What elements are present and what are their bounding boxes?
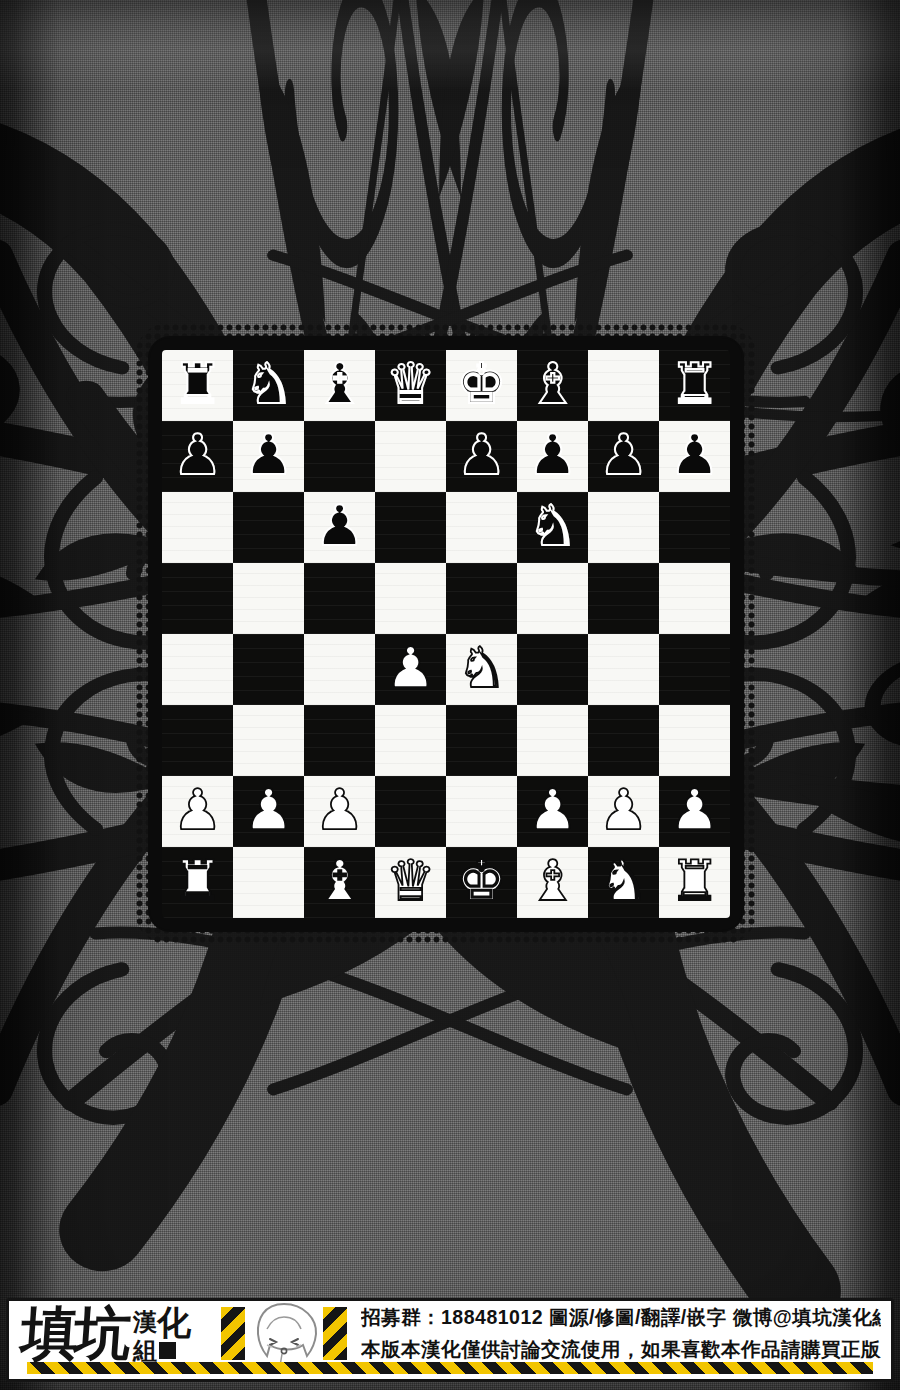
chessboard-frame: ♜♞♝♛♚♝♜♟♟♟♟♟♟♟♞♟♞♟♟♟♟♟♟♜♝♛♚♝♞♜ [150, 338, 742, 930]
square-f1: ♝ [517, 847, 588, 918]
square-g5 [588, 563, 659, 634]
logo-text-sub3: 組 [133, 1339, 157, 1363]
square-e6 [446, 492, 517, 563]
black-pawn: ♟ [456, 427, 506, 483]
black-king: ♚ [456, 356, 506, 412]
black-rook: ♜ [172, 356, 222, 412]
square-e3 [446, 705, 517, 776]
square-g4 [588, 634, 659, 705]
square-b7: ♟ [233, 421, 304, 492]
hazard-stripe-left [221, 1307, 245, 1360]
anime-girl-sketch-icon [249, 1299, 319, 1369]
square-d2 [375, 776, 446, 847]
square-a5 [162, 563, 233, 634]
white-bishop: ♝ [314, 853, 364, 909]
square-h6 [659, 492, 730, 563]
black-rook: ♜ [669, 356, 719, 412]
black-pawn: ♟ [598, 427, 648, 483]
white-pawn: ♟ [243, 782, 293, 838]
square-b6 [233, 492, 304, 563]
scanlation-group-logo: 填坑 漢 化 組 [21, 1306, 217, 1361]
square-b4 [233, 634, 304, 705]
credits-line-2: 本版本漢化僅供討論交流使用，如果喜歡本作品請購買正版！ [361, 1336, 881, 1361]
square-d7 [375, 421, 446, 492]
square-g1: ♞ [588, 847, 659, 918]
square-c2: ♟ [304, 776, 375, 847]
black-bishop: ♝ [527, 356, 577, 412]
white-king: ♚ [456, 853, 506, 909]
white-queen: ♛ [385, 853, 435, 909]
hazard-stripe-bottom [27, 1362, 873, 1374]
square-e4: ♞ [446, 634, 517, 705]
square-f4 [517, 634, 588, 705]
square-d4: ♟ [375, 634, 446, 705]
logo-text-sub1: 漢 [133, 1310, 157, 1334]
hazard-stripe-right [323, 1307, 347, 1360]
square-c5 [304, 563, 375, 634]
credits-line-1: 招募群：188481012 圖源/修圖/翻譯/嵌字 微博@填坑漢化組 [361, 1306, 881, 1331]
manga-page: ♜♞♝♛♚♝♜♟♟♟♟♟♟♟♞♟♞♟♟♟♟♟♟♜♝♛♚♝♞♜ 填坑 漢 化 組 … [0, 0, 900, 1390]
square-f7: ♟ [517, 421, 588, 492]
white-pawn: ♟ [598, 782, 648, 838]
white-rook: ♜ [172, 853, 222, 909]
square-h5 [659, 563, 730, 634]
square-c6: ♟ [304, 492, 375, 563]
square-h8: ♜ [659, 350, 730, 421]
square-b8: ♞ [233, 350, 304, 421]
square-e2 [446, 776, 517, 847]
black-pawn: ♟ [669, 427, 719, 483]
square-c8: ♝ [304, 350, 375, 421]
logo-text-sub2: 化 [157, 1305, 191, 1339]
square-a3 [162, 705, 233, 776]
square-b3 [233, 705, 304, 776]
square-f3 [517, 705, 588, 776]
square-e8: ♚ [446, 350, 517, 421]
chessboard: ♜♞♝♛♚♝♜♟♟♟♟♟♟♟♞♟♞♟♟♟♟♟♟♜♝♛♚♝♞♜ [162, 350, 730, 918]
white-pawn: ♟ [385, 640, 435, 696]
square-e7: ♟ [446, 421, 517, 492]
square-f5 [517, 563, 588, 634]
square-h4 [659, 634, 730, 705]
white-knight: ♞ [598, 853, 648, 909]
black-pawn: ♟ [172, 427, 222, 483]
square-g3 [588, 705, 659, 776]
logo-text-side: 漢 化 組 [133, 1305, 191, 1363]
black-knight: ♞ [527, 498, 577, 554]
white-pawn: ♟ [172, 782, 222, 838]
square-d3 [375, 705, 446, 776]
square-a8: ♜ [162, 350, 233, 421]
white-pawn: ♟ [314, 782, 364, 838]
chessboard-container: ♜♞♝♛♚♝♜♟♟♟♟♟♟♟♞♟♞♟♟♟♟♟♟♜♝♛♚♝♞♜ [150, 338, 742, 930]
black-queen: ♛ [385, 356, 435, 412]
black-pawn: ♟ [527, 427, 577, 483]
square-a1: ♜ [162, 847, 233, 918]
white-pawn: ♟ [669, 782, 719, 838]
square-a7: ♟ [162, 421, 233, 492]
square-g2: ♟ [588, 776, 659, 847]
square-g6 [588, 492, 659, 563]
square-h2: ♟ [659, 776, 730, 847]
square-e1: ♚ [446, 847, 517, 918]
square-h1: ♜ [659, 847, 730, 918]
white-knight: ♞ [456, 640, 506, 696]
square-a2: ♟ [162, 776, 233, 847]
black-pawn: ♟ [243, 427, 293, 483]
square-c3 [304, 705, 375, 776]
white-bishop: ♝ [527, 853, 577, 909]
square-a4 [162, 634, 233, 705]
square-f8: ♝ [517, 350, 588, 421]
white-pawn: ♟ [527, 782, 577, 838]
square-b5 [233, 563, 304, 634]
credits-text: 招募群：188481012 圖源/修圖/翻譯/嵌字 微博@填坑漢化組 本版本漢化… [361, 1306, 881, 1361]
square-f2: ♟ [517, 776, 588, 847]
square-c7 [304, 421, 375, 492]
square-b2: ♟ [233, 776, 304, 847]
scanlation-credits-bar: 填坑 漢 化 組 招募群：188481012 圖源/修圖/翻譯/嵌字 微博@填坑… [6, 1298, 894, 1382]
square-d8: ♛ [375, 350, 446, 421]
square-b1 [233, 847, 304, 918]
logo-text-main: 填坑 [19, 1305, 129, 1362]
square-c1: ♝ [304, 847, 375, 918]
logo-black-square [159, 1342, 176, 1359]
black-bishop: ♝ [314, 356, 364, 412]
square-c4 [304, 634, 375, 705]
square-g8 [588, 350, 659, 421]
square-d6 [375, 492, 446, 563]
square-d1: ♛ [375, 847, 446, 918]
square-f6: ♞ [517, 492, 588, 563]
square-e5 [446, 563, 517, 634]
square-d5 [375, 563, 446, 634]
white-rook: ♜ [669, 853, 719, 909]
black-pawn: ♟ [314, 498, 364, 554]
square-a6 [162, 492, 233, 563]
square-g7: ♟ [588, 421, 659, 492]
black-knight: ♞ [243, 356, 293, 412]
square-h3 [659, 705, 730, 776]
square-h7: ♟ [659, 421, 730, 492]
